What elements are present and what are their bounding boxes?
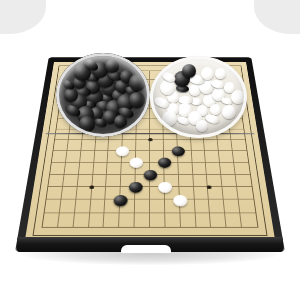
bowl-stone-black xyxy=(129,74,146,91)
white-stone xyxy=(158,182,172,193)
bowl-stone-black xyxy=(79,116,95,132)
bowl-stone-white xyxy=(201,67,214,80)
bowl-stone-black xyxy=(114,115,127,128)
product-photo xyxy=(0,0,300,300)
bowl-stone-white xyxy=(162,111,177,126)
star-point xyxy=(89,186,94,190)
bowl-stone-white xyxy=(222,105,236,119)
black-stone-bowl xyxy=(56,53,150,137)
white-stone xyxy=(115,146,128,156)
thumb-notch xyxy=(121,245,171,253)
photo-corner-shade xyxy=(0,0,46,34)
bowl-stone-black xyxy=(129,92,145,108)
black-stone xyxy=(171,146,184,156)
bowl-stone-white xyxy=(196,120,208,132)
white-stone xyxy=(173,195,187,206)
bowl-stone-white xyxy=(231,90,245,104)
bowl-stone-white xyxy=(215,68,226,79)
white-stone-bowl xyxy=(150,56,247,138)
white-stone xyxy=(129,158,142,168)
black-stone xyxy=(157,158,170,168)
bowl-stone-black xyxy=(182,64,196,78)
photo-corner-shade xyxy=(254,0,300,34)
black-stone xyxy=(128,182,142,193)
black-stone xyxy=(143,170,157,181)
black-stone xyxy=(113,195,127,206)
star-point xyxy=(148,138,152,141)
star-point xyxy=(206,186,211,190)
